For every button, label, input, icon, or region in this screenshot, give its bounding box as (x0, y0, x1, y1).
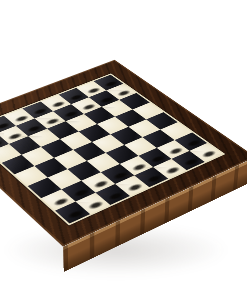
chess-board-3d: ♜♞♝♛♚♝♞♜♟♟♟♟♟♟♟♟♟♟♟♟♟♟♟♟♜♞♝♛♚♝♞♜ (0, 60, 247, 247)
chess-set-photo: ♜♞♝♛♚♝♞♜♟♟♟♟♟♟♟♟♟♟♟♟♟♟♟♟♜♞♝♛♚♝♞♜ (0, 0, 247, 296)
